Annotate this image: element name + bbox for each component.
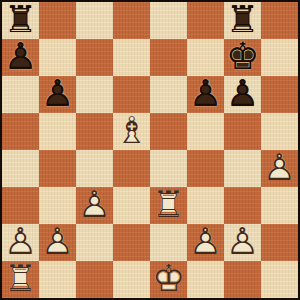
square-h1[interactable]	[261, 261, 298, 298]
square-f6[interactable]: ♟♙	[187, 76, 224, 113]
square-c7[interactable]	[76, 39, 113, 76]
square-b4[interactable]	[39, 150, 76, 187]
square-f2[interactable]: ♟♙	[187, 224, 224, 261]
square-e4[interactable]	[150, 150, 187, 187]
square-f5[interactable]	[187, 113, 224, 150]
white-rook-icon: ♜♖	[150, 187, 187, 224]
square-h5[interactable]	[261, 113, 298, 150]
square-e5[interactable]	[150, 113, 187, 150]
square-h4[interactable]: ♟♙	[261, 150, 298, 187]
square-d8[interactable]	[113, 2, 150, 39]
white-rook-icon: ♜♖	[2, 261, 39, 298]
square-h8[interactable]	[261, 2, 298, 39]
square-a7[interactable]: ♟♙	[2, 39, 39, 76]
square-c8[interactable]	[76, 2, 113, 39]
square-c3[interactable]: ♟♙	[76, 187, 113, 224]
square-d4[interactable]	[113, 150, 150, 187]
square-a4[interactable]	[2, 150, 39, 187]
white-bishop-icon: ♝♗	[113, 113, 150, 150]
black-rook-icon: ♜♖	[2, 2, 39, 39]
square-d5[interactable]: ♝♗	[113, 113, 150, 150]
square-a8[interactable]: ♜♖	[2, 2, 39, 39]
square-b5[interactable]	[39, 113, 76, 150]
black-king-icon: ♚♔	[224, 39, 261, 76]
square-b1[interactable]	[39, 261, 76, 298]
square-g8[interactable]: ♜♖	[224, 2, 261, 39]
square-g6[interactable]: ♟♙	[224, 76, 261, 113]
square-h2[interactable]	[261, 224, 298, 261]
black-pawn-icon: ♟♙	[2, 39, 39, 76]
square-f7[interactable]	[187, 39, 224, 76]
square-g5[interactable]	[224, 113, 261, 150]
square-d3[interactable]	[113, 187, 150, 224]
square-c1[interactable]	[76, 261, 113, 298]
square-a2[interactable]: ♟♙	[2, 224, 39, 261]
square-a1[interactable]: ♜♖	[2, 261, 39, 298]
white-pawn-icon: ♟♙	[224, 224, 261, 261]
square-h3[interactable]	[261, 187, 298, 224]
square-e7[interactable]	[150, 39, 187, 76]
square-b3[interactable]	[39, 187, 76, 224]
square-e6[interactable]	[150, 76, 187, 113]
square-a3[interactable]	[2, 187, 39, 224]
black-pawn-icon: ♟♙	[224, 76, 261, 113]
square-g7[interactable]: ♚♔	[224, 39, 261, 76]
square-b8[interactable]	[39, 2, 76, 39]
square-c5[interactable]	[76, 113, 113, 150]
square-g1[interactable]	[224, 261, 261, 298]
black-pawn-icon: ♟♙	[187, 76, 224, 113]
square-c2[interactable]	[76, 224, 113, 261]
square-e8[interactable]	[150, 2, 187, 39]
chess-board-frame: ♜♖♜♖♟♙♚♔♟♙♟♙♟♙♝♗♟♙♟♙♜♖♟♙♟♙♟♙♟♙♜♖♚♔	[0, 0, 300, 300]
chess-board: ♜♖♜♖♟♙♚♔♟♙♟♙♟♙♝♗♟♙♟♙♜♖♟♙♟♙♟♙♟♙♜♖♚♔	[2, 2, 298, 298]
square-f4[interactable]	[187, 150, 224, 187]
square-e2[interactable]	[150, 224, 187, 261]
square-b7[interactable]	[39, 39, 76, 76]
white-pawn-icon: ♟♙	[2, 224, 39, 261]
square-e3[interactable]: ♜♖	[150, 187, 187, 224]
square-d7[interactable]	[113, 39, 150, 76]
black-pawn-icon: ♟♙	[39, 76, 76, 113]
square-a6[interactable]	[2, 76, 39, 113]
white-pawn-icon: ♟♙	[261, 150, 298, 187]
black-rook-icon: ♜♖	[224, 2, 261, 39]
square-d6[interactable]	[113, 76, 150, 113]
square-c6[interactable]	[76, 76, 113, 113]
white-pawn-icon: ♟♙	[187, 224, 224, 261]
square-a5[interactable]	[2, 113, 39, 150]
square-b6[interactable]: ♟♙	[39, 76, 76, 113]
square-d2[interactable]	[113, 224, 150, 261]
white-king-icon: ♚♔	[150, 261, 187, 298]
square-g4[interactable]	[224, 150, 261, 187]
square-f3[interactable]	[187, 187, 224, 224]
square-d1[interactable]	[113, 261, 150, 298]
white-pawn-icon: ♟♙	[39, 224, 76, 261]
square-h7[interactable]	[261, 39, 298, 76]
square-e1[interactable]: ♚♔	[150, 261, 187, 298]
square-f8[interactable]	[187, 2, 224, 39]
square-g3[interactable]	[224, 187, 261, 224]
white-pawn-icon: ♟♙	[76, 187, 113, 224]
square-c4[interactable]	[76, 150, 113, 187]
square-f1[interactable]	[187, 261, 224, 298]
square-b2[interactable]: ♟♙	[39, 224, 76, 261]
square-g2[interactable]: ♟♙	[224, 224, 261, 261]
square-h6[interactable]	[261, 76, 298, 113]
